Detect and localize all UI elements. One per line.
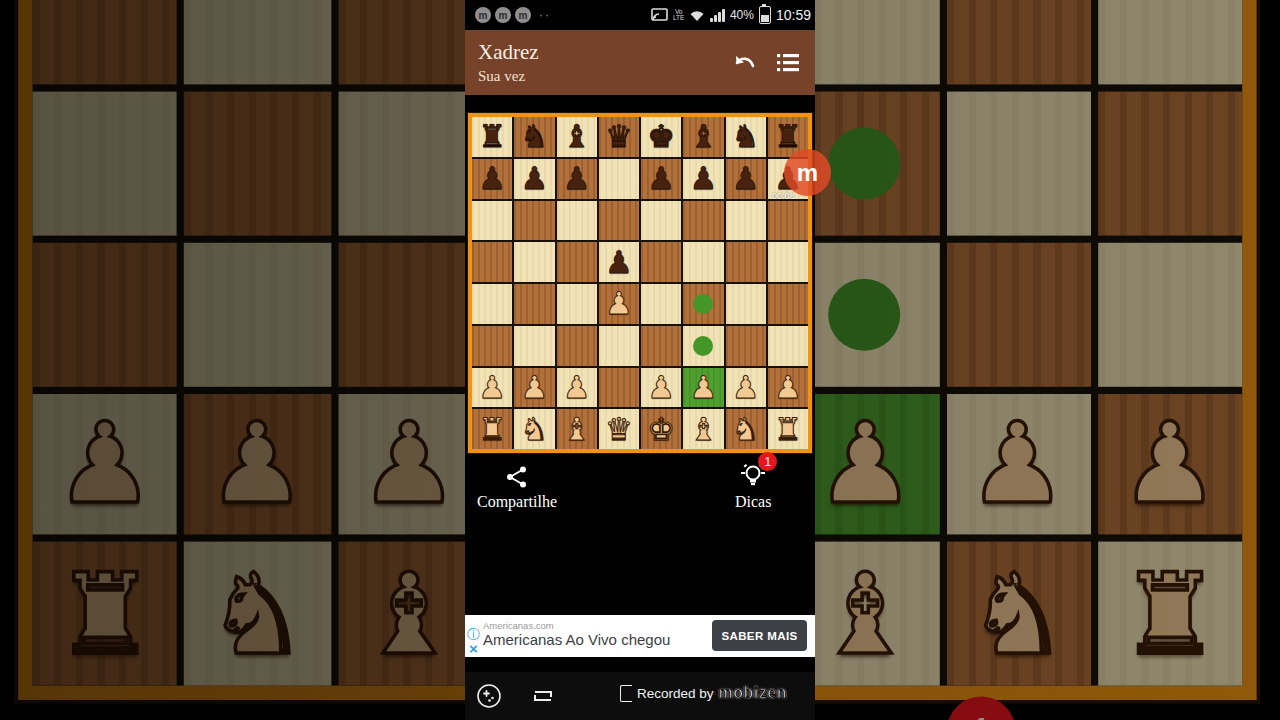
square-d7[interactable] bbox=[599, 159, 639, 199]
square-a6[interactable] bbox=[472, 201, 512, 241]
square-b7[interactable]: ♟ bbox=[514, 159, 554, 199]
square-a2[interactable]: ♟ bbox=[472, 368, 512, 408]
square-g5[interactable] bbox=[726, 242, 766, 282]
square-h3[interactable] bbox=[768, 326, 808, 366]
piece-black-bishop: ♝ bbox=[689, 121, 717, 152]
square-h4[interactable] bbox=[768, 284, 808, 324]
piece-black-pawn: ♟ bbox=[478, 163, 506, 194]
square-c8[interactable]: ♝ bbox=[557, 117, 597, 157]
square-b6[interactable] bbox=[514, 201, 554, 241]
square-d8[interactable]: ♛ bbox=[599, 117, 639, 157]
piece-white-bishop: ♝ bbox=[689, 414, 717, 445]
piece-white-pawn: ♟ bbox=[520, 372, 548, 403]
square-f1[interactable]: ♝ bbox=[683, 409, 723, 449]
recorder-phone-icon bbox=[620, 685, 632, 702]
square-c6[interactable] bbox=[557, 201, 597, 241]
piece-white-rook: ♜ bbox=[478, 414, 506, 445]
volte-icon: VoLTE bbox=[673, 9, 684, 21]
piece-black-queen: ♛ bbox=[605, 121, 633, 152]
hints-label: Dicas bbox=[735, 493, 771, 511]
square-c5[interactable] bbox=[557, 242, 597, 282]
piece-black-pawn: ♟ bbox=[732, 163, 760, 194]
recording-timer: 00:08 bbox=[772, 191, 795, 201]
piece-white-rook: ♜ bbox=[774, 414, 802, 445]
mobizen-watermark-logo: m bbox=[797, 159, 818, 187]
piece-white-pawn: ♟ bbox=[689, 372, 717, 403]
square-a3[interactable] bbox=[472, 326, 512, 366]
square-d1[interactable]: ♛ bbox=[599, 409, 639, 449]
more-notifications-dots: ·· bbox=[539, 8, 551, 22]
square-f8[interactable]: ♝ bbox=[683, 117, 723, 157]
piece-black-rook: ♜ bbox=[774, 121, 802, 152]
square-h6[interactable] bbox=[768, 201, 808, 241]
app-title: Xadrez bbox=[478, 40, 539, 65]
square-h1[interactable]: ♜ bbox=[768, 409, 808, 449]
signal-bars-icon bbox=[710, 9, 725, 22]
ad-headline: Americanas Ao Vivo chegou bbox=[483, 631, 670, 648]
square-g6[interactable] bbox=[726, 201, 766, 241]
status-time: 10:59 bbox=[776, 7, 811, 23]
recorded-by-text: Recorded by bbox=[637, 686, 714, 701]
square-e7[interactable]: ♟ bbox=[641, 159, 681, 199]
menu-list-icon[interactable] bbox=[773, 48, 803, 78]
piece-black-knight: ♞ bbox=[732, 121, 760, 152]
square-c2[interactable]: ♟ bbox=[557, 368, 597, 408]
mobizen-logo: mobizen bbox=[719, 684, 787, 702]
square-b8[interactable]: ♞ bbox=[514, 117, 554, 157]
piece-black-rook: ♜ bbox=[478, 121, 506, 152]
square-e2[interactable]: ♟ bbox=[641, 368, 681, 408]
square-g4[interactable] bbox=[726, 284, 766, 324]
square-a4[interactable] bbox=[472, 284, 512, 324]
piece-white-queen: ♛ bbox=[605, 414, 633, 445]
square-g2[interactable]: ♟ bbox=[726, 368, 766, 408]
actions-row: Compartilhe 1 bbox=[465, 455, 815, 517]
piece-white-knight: ♞ bbox=[732, 414, 760, 445]
square-d5[interactable]: ♟ bbox=[599, 242, 639, 282]
wifi-icon bbox=[689, 9, 705, 22]
app-header: Xadrez Sua vez bbox=[465, 30, 815, 95]
square-c4[interactable] bbox=[557, 284, 597, 324]
mobizen-notification-icon: m bbox=[475, 7, 491, 23]
recorder-watermark: Recorded by mobizen bbox=[620, 684, 787, 702]
share-button[interactable]: Compartilhe bbox=[477, 465, 557, 511]
battery-icon bbox=[759, 6, 771, 24]
square-g1[interactable]: ♞ bbox=[726, 409, 766, 449]
piece-white-pawn: ♟ bbox=[732, 372, 760, 403]
piece-black-king: ♚ bbox=[647, 121, 675, 152]
piece-black-pawn: ♟ bbox=[563, 163, 591, 194]
video-frame: ♜♞♝♛♚♝♞♜♟♟♟♟♟♟♟♟♟♟♟♟♟♟♟♟♜♞♝♛♚♝♞♜ 1 m m m… bbox=[0, 0, 1280, 720]
square-c1[interactable]: ♝ bbox=[557, 409, 597, 449]
square-e1[interactable]: ♚ bbox=[641, 409, 681, 449]
piece-black-pawn: ♟ bbox=[689, 163, 717, 194]
screen-cast-icon bbox=[651, 8, 668, 22]
piece-white-bishop: ♝ bbox=[563, 414, 591, 445]
square-e3[interactable] bbox=[641, 326, 681, 366]
piece-black-bishop: ♝ bbox=[563, 121, 591, 152]
square-e6[interactable] bbox=[641, 201, 681, 241]
undo-move-button[interactable] bbox=[730, 48, 760, 78]
ad-cta-button[interactable]: SABER MAIS bbox=[712, 620, 807, 651]
square-b5[interactable] bbox=[514, 242, 554, 282]
piece-white-pawn: ♟ bbox=[478, 372, 506, 403]
square-f5[interactable] bbox=[683, 242, 723, 282]
ad-close-icon[interactable]: × bbox=[469, 642, 478, 655]
share-label: Compartilhe bbox=[477, 493, 557, 511]
piece-white-king: ♚ bbox=[647, 414, 675, 445]
notification-icons: m m m ·· bbox=[475, 7, 551, 23]
chess-board: ♜♞♝♛♚♝♞♜♟♟♟♟♟♟♟♟♟♟♟♟♟♟♟♟♜♞♝♛♚♝♞♜ bbox=[472, 117, 808, 449]
square-e4[interactable] bbox=[641, 284, 681, 324]
square-a1[interactable]: ♜ bbox=[472, 409, 512, 449]
square-h2[interactable]: ♟ bbox=[768, 368, 808, 408]
square-f3[interactable] bbox=[683, 326, 723, 366]
square-c7[interactable]: ♟ bbox=[557, 159, 597, 199]
ad-banner[interactable]: ⓘ × Americanas.com Americanas Ao Vivo ch… bbox=[465, 615, 815, 657]
square-f7[interactable]: ♟ bbox=[683, 159, 723, 199]
square-d4[interactable]: ♟ bbox=[599, 284, 639, 324]
square-d2[interactable] bbox=[599, 368, 639, 408]
square-a5[interactable] bbox=[472, 242, 512, 282]
bottom-bar: Recorded by mobizen bbox=[465, 672, 815, 720]
square-b1[interactable]: ♞ bbox=[514, 409, 554, 449]
square-h5[interactable] bbox=[768, 242, 808, 282]
phone-screen: m m m ·· VoLTE bbox=[465, 0, 815, 720]
legal-move-dot-f4 bbox=[693, 294, 713, 314]
ad-advertiser: Americanas.com bbox=[483, 620, 554, 631]
battery-percent: 40% bbox=[730, 8, 754, 22]
square-b4[interactable] bbox=[514, 284, 554, 324]
square-f2[interactable]: ♟ bbox=[683, 368, 723, 408]
piece-black-pawn: ♟ bbox=[605, 247, 633, 278]
hints-button[interactable]: 1 Dicas bbox=[735, 461, 771, 511]
square-g8[interactable]: ♞ bbox=[726, 117, 766, 157]
hints-badge: 1 bbox=[758, 452, 777, 471]
status-bar: m m m ·· VoLTE bbox=[465, 0, 815, 30]
piece-white-pawn: ♟ bbox=[605, 288, 633, 319]
square-e5[interactable] bbox=[641, 242, 681, 282]
swap-sides-icon[interactable] bbox=[529, 682, 557, 710]
square-d3[interactable] bbox=[599, 326, 639, 366]
square-f6[interactable] bbox=[683, 201, 723, 241]
square-b3[interactable] bbox=[514, 326, 554, 366]
square-c3[interactable] bbox=[557, 326, 597, 366]
mobizen-notification-icon: m bbox=[515, 7, 531, 23]
square-g3[interactable] bbox=[726, 326, 766, 366]
square-a8[interactable]: ♜ bbox=[472, 117, 512, 157]
board-frame: ♜♞♝♛♚♝♞♜♟♟♟♟♟♟♟♟♟♟♟♟♟♟♟♟♜♞♝♛♚♝♞♜ bbox=[468, 113, 812, 453]
legal-move-dot-f3 bbox=[693, 336, 713, 356]
square-a7[interactable]: ♟ bbox=[472, 159, 512, 199]
square-f4[interactable] bbox=[683, 284, 723, 324]
square-b2[interactable]: ♟ bbox=[514, 368, 554, 408]
piece-black-pawn: ♟ bbox=[647, 163, 675, 194]
recording-watermark[interactable]: m bbox=[784, 149, 831, 196]
piece-white-knight: ♞ bbox=[520, 414, 548, 445]
piece-black-pawn: ♟ bbox=[520, 163, 548, 194]
square-d6[interactable] bbox=[599, 201, 639, 241]
square-e8[interactable]: ♚ bbox=[641, 117, 681, 157]
square-g7[interactable]: ♟ bbox=[726, 159, 766, 199]
piece-black-knight: ♞ bbox=[520, 121, 548, 152]
mobizen-notification-icon: m bbox=[495, 7, 511, 23]
share-icon bbox=[505, 465, 529, 489]
new-game-icon[interactable] bbox=[475, 682, 503, 710]
piece-white-pawn: ♟ bbox=[647, 372, 675, 403]
piece-white-pawn: ♟ bbox=[774, 372, 802, 403]
turn-status-text: Sua vez bbox=[478, 68, 525, 85]
piece-white-pawn: ♟ bbox=[563, 372, 591, 403]
